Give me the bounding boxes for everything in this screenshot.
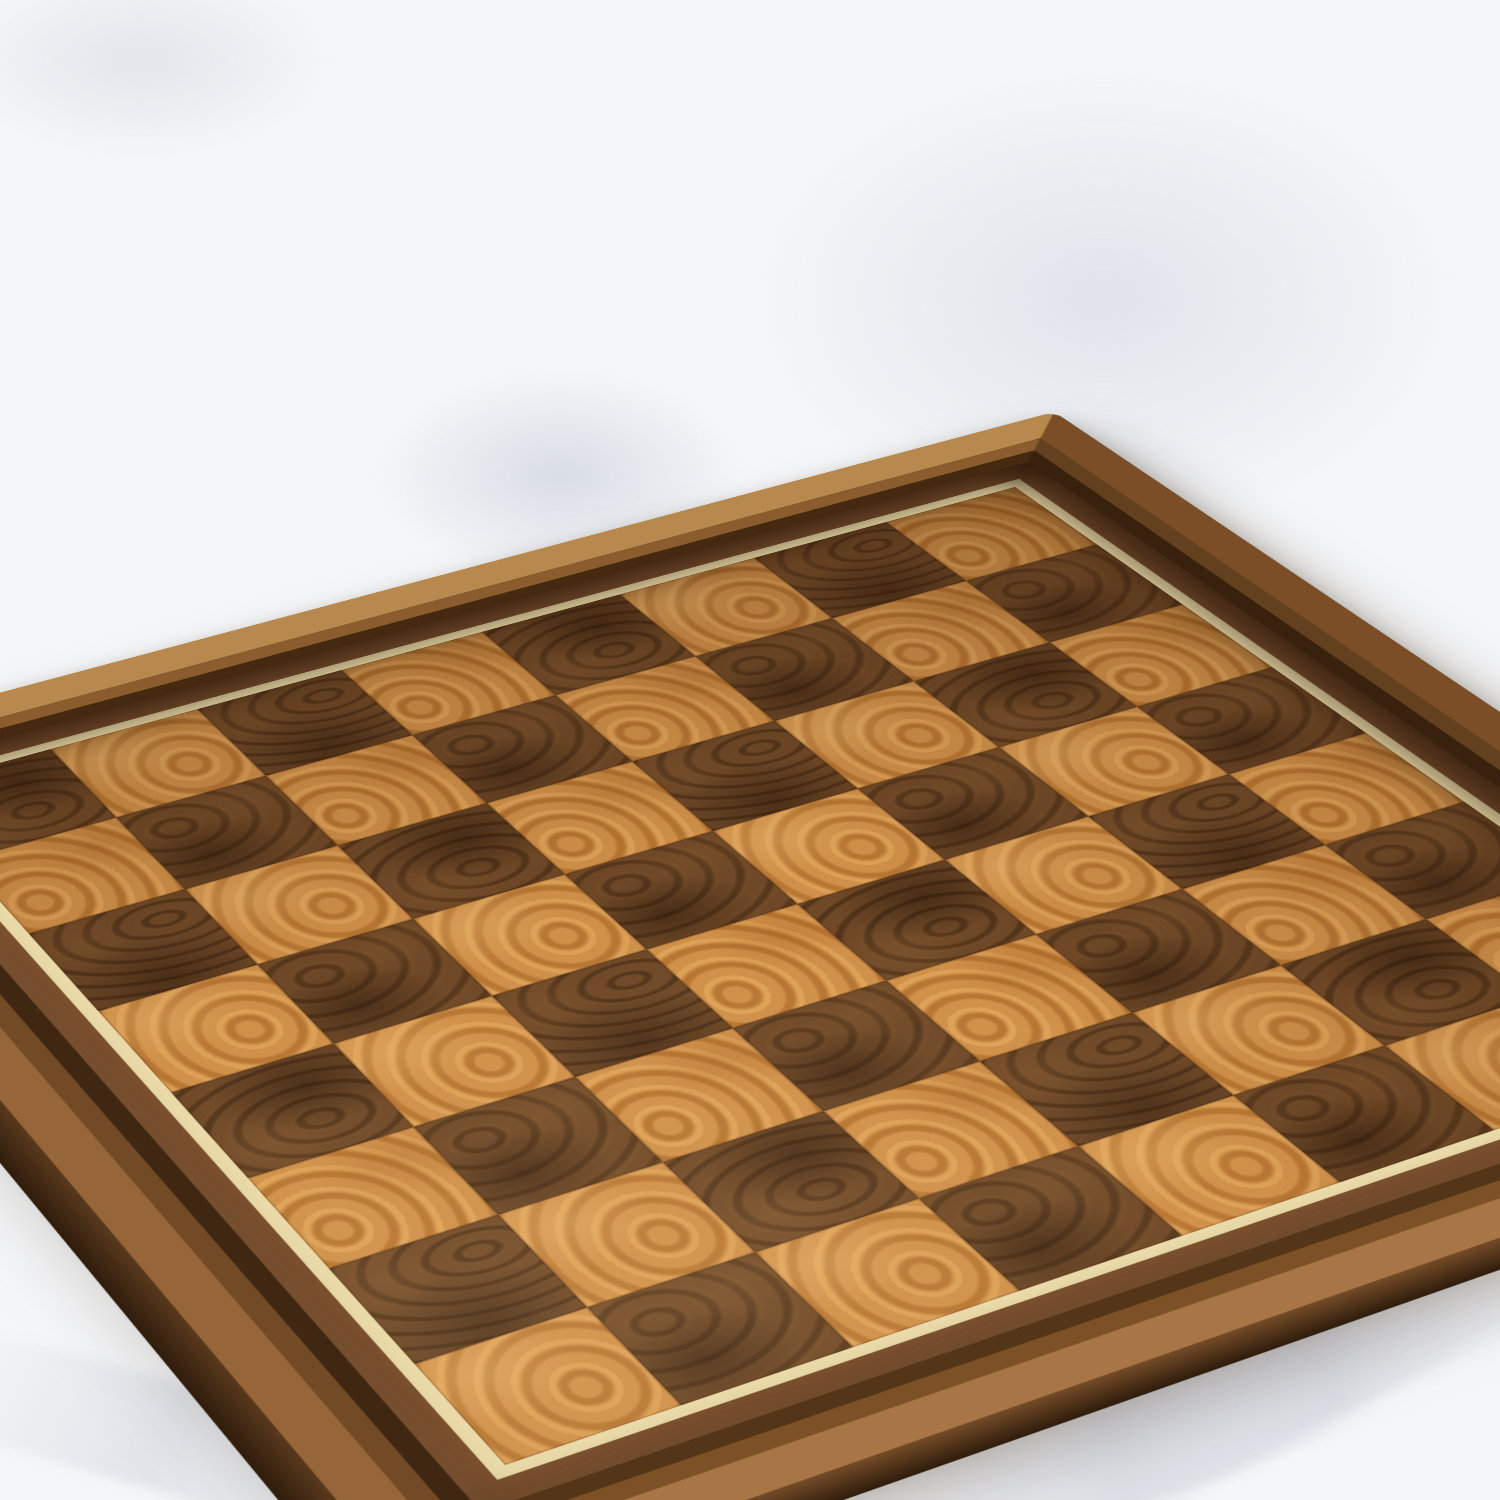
chess-board — [0, 416, 1500, 1500]
cloth-shading — [0, 0, 370, 190]
photo-backdrop — [0, 0, 1500, 1500]
